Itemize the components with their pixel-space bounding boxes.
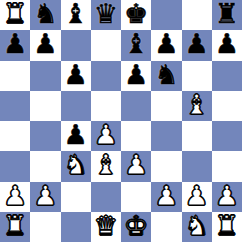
square-e5[interactable]	[121, 91, 151, 121]
white-pawn[interactable]: ♟	[124, 151, 148, 180]
square-f2[interactable]: ♟	[151, 182, 181, 212]
square-a7[interactable]: ♟	[0, 30, 30, 60]
square-b2[interactable]: ♟	[30, 182, 60, 212]
square-f7[interactable]: ♟	[151, 30, 181, 60]
black-pawn[interactable]: ♟	[3, 30, 27, 59]
white-king[interactable]: ♚	[124, 212, 148, 241]
square-d8[interactable]: ♛	[91, 0, 121, 30]
white-pawn[interactable]: ♟	[154, 182, 178, 211]
square-c3[interactable]: ♞	[61, 151, 91, 181]
white-bishop[interactable]: ♝	[185, 91, 209, 120]
black-pawn[interactable]: ♟	[124, 61, 148, 90]
white-knight[interactable]: ♞	[185, 212, 209, 241]
white-pawn[interactable]: ♟	[215, 182, 239, 211]
square-d5[interactable]	[91, 91, 121, 121]
black-pawn[interactable]: ♟	[33, 30, 57, 59]
white-pawn[interactable]: ♟	[185, 182, 209, 211]
white-queen[interactable]: ♛	[94, 212, 118, 241]
square-f5[interactable]	[151, 91, 181, 121]
square-d6[interactable]	[91, 61, 121, 91]
square-h5[interactable]	[212, 91, 242, 121]
black-knight[interactable]: ♞	[154, 61, 178, 90]
square-a5[interactable]	[0, 91, 30, 121]
square-a1[interactable]: ♜	[0, 212, 30, 242]
white-bishop[interactable]: ♝	[94, 151, 118, 180]
square-h4[interactable]	[212, 121, 242, 151]
white-rook[interactable]: ♜	[215, 212, 239, 241]
black-king[interactable]: ♚	[124, 0, 148, 29]
white-pawn[interactable]: ♟	[3, 182, 27, 211]
square-f3[interactable]	[151, 151, 181, 181]
square-c4[interactable]: ♟	[61, 121, 91, 151]
square-h2[interactable]: ♟	[212, 182, 242, 212]
square-e2[interactable]	[121, 182, 151, 212]
square-g3[interactable]	[182, 151, 212, 181]
black-bishop[interactable]: ♝	[64, 0, 88, 29]
black-bishop[interactable]: ♝	[124, 30, 148, 59]
square-e3[interactable]: ♟	[121, 151, 151, 181]
square-c7[interactable]	[61, 30, 91, 60]
square-g6[interactable]	[182, 61, 212, 91]
square-f4[interactable]	[151, 121, 181, 151]
square-b1[interactable]	[30, 212, 60, 242]
black-pawn[interactable]: ♟	[64, 61, 88, 90]
square-a2[interactable]: ♟	[0, 182, 30, 212]
square-b4[interactable]	[30, 121, 60, 151]
square-d2[interactable]	[91, 182, 121, 212]
square-b7[interactable]: ♟	[30, 30, 60, 60]
square-g1[interactable]: ♞	[182, 212, 212, 242]
square-a3[interactable]	[0, 151, 30, 181]
square-h8[interactable]: ♜	[212, 0, 242, 30]
square-c8[interactable]: ♝	[61, 0, 91, 30]
square-b5[interactable]	[30, 91, 60, 121]
square-a4[interactable]	[0, 121, 30, 151]
white-knight[interactable]: ♞	[64, 151, 88, 180]
square-e4[interactable]	[121, 121, 151, 151]
square-e7[interactable]: ♝	[121, 30, 151, 60]
white-rook[interactable]: ♜	[3, 0, 27, 29]
square-g5[interactable]: ♝	[182, 91, 212, 121]
black-pawn[interactable]: ♟	[185, 30, 209, 59]
square-e6[interactable]: ♟	[121, 61, 151, 91]
square-g7[interactable]: ♟	[182, 30, 212, 60]
square-h1[interactable]: ♜	[212, 212, 242, 242]
square-d1[interactable]: ♛	[91, 212, 121, 242]
square-f6[interactable]: ♞	[151, 61, 181, 91]
square-h7[interactable]: ♟	[212, 30, 242, 60]
square-b8[interactable]: ♞	[30, 0, 60, 30]
square-d4[interactable]: ♟	[91, 121, 121, 151]
black-knight[interactable]: ♞	[33, 0, 57, 29]
square-c5[interactable]	[61, 91, 91, 121]
chess-board: ♜♞♝♛♚♜♟♟♝♟♟♟♟♟♞♝♟♟♞♝♟♟♟♟♟♟♜♛♚♞♜	[0, 0, 242, 242]
white-pawn[interactable]: ♟	[94, 121, 118, 150]
square-d3[interactable]: ♝	[91, 151, 121, 181]
square-a8[interactable]: ♜	[0, 0, 30, 30]
square-h3[interactable]	[212, 151, 242, 181]
square-a6[interactable]	[0, 61, 30, 91]
square-f1[interactable]	[151, 212, 181, 242]
square-d7[interactable]	[91, 30, 121, 60]
square-b6[interactable]	[30, 61, 60, 91]
square-h6[interactable]	[212, 61, 242, 91]
square-c2[interactable]	[61, 182, 91, 212]
square-f8[interactable]	[151, 0, 181, 30]
black-rook[interactable]: ♜	[215, 0, 239, 29]
square-b3[interactable]	[30, 151, 60, 181]
black-pawn[interactable]: ♟	[64, 121, 88, 150]
square-e1[interactable]: ♚	[121, 212, 151, 242]
white-rook[interactable]: ♜	[3, 212, 27, 241]
square-g8[interactable]	[182, 0, 212, 30]
square-c1[interactable]	[61, 212, 91, 242]
square-g2[interactable]: ♟	[182, 182, 212, 212]
black-queen[interactable]: ♛	[94, 0, 118, 29]
white-pawn[interactable]: ♟	[33, 182, 57, 211]
black-pawn[interactable]: ♟	[154, 30, 178, 59]
square-g4[interactable]	[182, 121, 212, 151]
square-e8[interactable]: ♚	[121, 0, 151, 30]
square-c6[interactable]: ♟	[61, 61, 91, 91]
black-pawn[interactable]: ♟	[215, 30, 239, 59]
